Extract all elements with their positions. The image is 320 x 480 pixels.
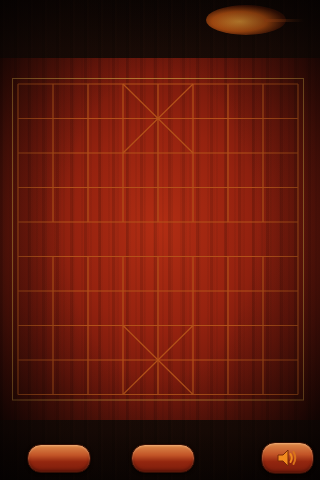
speaker-icon (275, 447, 300, 469)
flame-logo-text (206, 5, 286, 35)
board-grid (0, 0, 320, 480)
sound-toggle-button[interactable] (261, 442, 314, 474)
xiangqi-app (0, 0, 320, 480)
home-button[interactable] (27, 444, 91, 473)
undo-move-button[interactable] (131, 444, 195, 473)
flame-logo (206, 5, 306, 35)
